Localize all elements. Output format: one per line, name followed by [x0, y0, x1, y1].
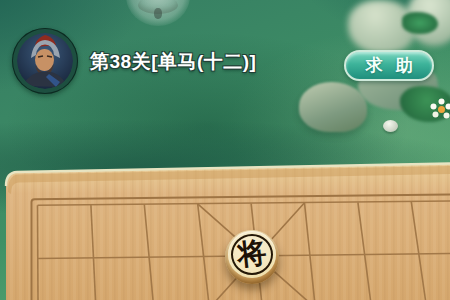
piece-face: 将: [228, 231, 276, 278]
help-button[interactable]: 求助: [344, 50, 434, 81]
piece-glyph: 将: [236, 237, 268, 269]
board-wood-grain: [6, 164, 450, 300]
game-screen: 将 第38关[单马(十二)]: [0, 0, 450, 300]
help-button-label: 求助: [366, 54, 426, 77]
warrior-portrait-icon: [16, 32, 74, 90]
black-general-piece[interactable]: 将: [225, 230, 279, 284]
level-title: 第38关[单马(十二)]: [90, 49, 256, 75]
player-avatar[interactable]: [12, 28, 78, 94]
